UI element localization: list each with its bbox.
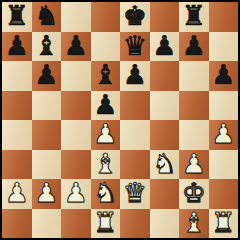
square-g5[interactable]: [179, 91, 209, 121]
square-a2[interactable]: ♟: [2, 179, 32, 209]
square-g7[interactable]: ♟: [179, 32, 209, 62]
square-h1[interactable]: ♜: [209, 209, 239, 239]
square-c4[interactable]: [61, 120, 91, 150]
white-knight: ♞: [152, 150, 176, 177]
white-pawn: ♟: [64, 179, 88, 206]
black-pawn: ♟: [211, 61, 235, 88]
square-a3[interactable]: [2, 150, 32, 180]
black-pawn: ♟: [182, 32, 206, 59]
square-e2[interactable]: ♛: [120, 179, 150, 209]
square-d2[interactable]: ♞: [91, 179, 121, 209]
square-g1[interactable]: ♝: [179, 209, 209, 239]
white-bishop: ♝: [93, 150, 117, 177]
square-f1[interactable]: [150, 209, 180, 239]
square-b8[interactable]: ♞: [32, 2, 62, 32]
square-a1[interactable]: [2, 209, 32, 239]
square-g3[interactable]: ♟: [179, 150, 209, 180]
black-pawn: ♟: [64, 32, 88, 59]
square-h4[interactable]: ♟: [209, 120, 239, 150]
square-e4[interactable]: [120, 120, 150, 150]
square-h3[interactable]: [209, 150, 239, 180]
square-d7[interactable]: [91, 32, 121, 62]
square-b5[interactable]: [32, 91, 62, 121]
white-queen: ♛: [123, 179, 147, 206]
square-a4[interactable]: [2, 120, 32, 150]
black-pawn: ♟: [123, 61, 147, 88]
square-g4[interactable]: [179, 120, 209, 150]
square-f7[interactable]: ♟: [150, 32, 180, 62]
white-knight: ♞: [93, 179, 117, 206]
square-h8[interactable]: [209, 2, 239, 32]
square-f2[interactable]: [150, 179, 180, 209]
square-h2[interactable]: [209, 179, 239, 209]
white-pawn: ♟: [5, 179, 29, 206]
white-pawn: ♟: [211, 120, 235, 147]
square-c6[interactable]: [61, 61, 91, 91]
square-d4[interactable]: ♟: [91, 120, 121, 150]
white-rook: ♜: [211, 209, 235, 236]
square-c1[interactable]: [61, 209, 91, 239]
black-pawn: ♟: [34, 61, 58, 88]
square-b3[interactable]: [32, 150, 62, 180]
black-pawn: ♟: [152, 32, 176, 59]
square-c8[interactable]: [61, 2, 91, 32]
square-f3[interactable]: ♞: [150, 150, 180, 180]
square-b1[interactable]: [32, 209, 62, 239]
square-c2[interactable]: ♟: [61, 179, 91, 209]
black-rook: ♜: [5, 2, 29, 29]
square-g8[interactable]: ♜: [179, 2, 209, 32]
square-e1[interactable]: [120, 209, 150, 239]
black-bishop: ♝: [93, 61, 117, 88]
white-rook: ♜: [93, 209, 117, 236]
square-d1[interactable]: ♜: [91, 209, 121, 239]
chess-board: ♜♞♚♜♟♝♟♛♟♟♟♝♟♟♟♟♟♝♞♟♟♟♟♞♛♚♜♝♜: [2, 2, 238, 238]
square-f5[interactable]: [150, 91, 180, 121]
square-g2[interactable]: ♚: [179, 179, 209, 209]
square-a8[interactable]: ♜: [2, 2, 32, 32]
white-pawn: ♟: [182, 150, 206, 177]
square-f8[interactable]: [150, 2, 180, 32]
white-king: ♚: [182, 179, 206, 206]
square-e7[interactable]: ♛: [120, 32, 150, 62]
square-a7[interactable]: ♟: [2, 32, 32, 62]
square-b7[interactable]: ♝: [32, 32, 62, 62]
square-f6[interactable]: [150, 61, 180, 91]
black-queen: ♛: [123, 32, 147, 59]
chess-board-frame: ♜♞♚♜♟♝♟♛♟♟♟♝♟♟♟♟♟♝♞♟♟♟♟♞♛♚♜♝♜: [0, 0, 240, 240]
black-king: ♚: [123, 2, 147, 29]
square-b6[interactable]: ♟: [32, 61, 62, 91]
square-a6[interactable]: [2, 61, 32, 91]
square-c3[interactable]: [61, 150, 91, 180]
black-rook: ♜: [182, 2, 206, 29]
square-d6[interactable]: ♝: [91, 61, 121, 91]
square-d8[interactable]: [91, 2, 121, 32]
square-a5[interactable]: [2, 91, 32, 121]
black-bishop: ♝: [34, 32, 58, 59]
square-f4[interactable]: [150, 120, 180, 150]
black-pawn: ♟: [5, 32, 29, 59]
square-h6[interactable]: ♟: [209, 61, 239, 91]
black-knight: ♞: [34, 2, 58, 29]
square-d3[interactable]: ♝: [91, 150, 121, 180]
square-e8[interactable]: ♚: [120, 2, 150, 32]
white-pawn: ♟: [93, 120, 117, 147]
square-h5[interactable]: [209, 91, 239, 121]
white-pawn: ♟: [34, 179, 58, 206]
square-g6[interactable]: [179, 61, 209, 91]
square-c5[interactable]: [61, 91, 91, 121]
black-pawn: ♟: [93, 91, 117, 118]
white-bishop: ♝: [182, 209, 206, 236]
square-d5[interactable]: ♟: [91, 91, 121, 121]
square-e5[interactable]: [120, 91, 150, 121]
square-b2[interactable]: ♟: [32, 179, 62, 209]
square-e3[interactable]: [120, 150, 150, 180]
square-c7[interactable]: ♟: [61, 32, 91, 62]
square-e6[interactable]: ♟: [120, 61, 150, 91]
square-b4[interactable]: [32, 120, 62, 150]
square-h7[interactable]: [209, 32, 239, 62]
